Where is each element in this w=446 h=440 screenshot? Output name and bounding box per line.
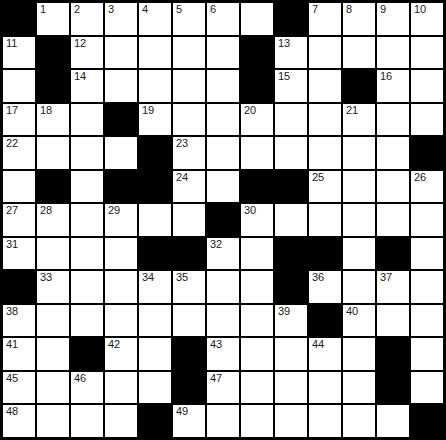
black-square-r9c9 — [275, 271, 307, 303]
clue-number: 1 — [40, 3, 46, 16]
white-square-r8c2[interactable] — [37, 238, 69, 270]
white-square-r8c8[interactable] — [241, 238, 273, 270]
white-square-r7c13[interactable] — [411, 204, 443, 236]
white-square-r4c10[interactable] — [309, 104, 341, 136]
black-square-r4c4 — [105, 104, 137, 136]
white-square-r4c7[interactable] — [207, 104, 239, 136]
white-square-r10c4[interactable] — [105, 305, 137, 337]
white-square-r2c5[interactable] — [139, 37, 171, 69]
white-square-r1c4[interactable]: 3 — [105, 3, 137, 35]
clue-number: 45 — [6, 372, 18, 385]
white-square-r4c12[interactable] — [377, 104, 409, 136]
white-square-r1c6[interactable]: 5 — [173, 3, 205, 35]
white-square-r11c5[interactable] — [139, 338, 171, 370]
clue-number: 31 — [6, 238, 18, 251]
white-square-r4c5[interactable]: 19 — [139, 104, 171, 136]
white-square-r12c8[interactable] — [241, 372, 273, 404]
black-square-r1c9 — [275, 3, 307, 35]
white-square-r2c7[interactable] — [207, 37, 239, 69]
black-square-r6c8 — [241, 171, 273, 203]
white-square-r1c2[interactable]: 1 — [37, 3, 69, 35]
white-square-r9c6[interactable]: 35 — [173, 271, 205, 303]
white-square-r11c1[interactable]: 41 — [3, 338, 35, 370]
white-square-r2c1[interactable]: 11 — [3, 37, 35, 69]
white-square-r3c10[interactable] — [309, 70, 341, 102]
white-square-r5c9[interactable] — [275, 137, 307, 169]
white-square-r8c3[interactable] — [71, 238, 103, 270]
clue-number: 10 — [414, 3, 426, 16]
black-square-r8c10 — [309, 238, 341, 270]
white-square-r8c1[interactable]: 31 — [3, 238, 35, 270]
clue-number: 32 — [210, 238, 222, 251]
white-square-r2c12[interactable] — [377, 37, 409, 69]
white-square-r13c3[interactable] — [71, 405, 103, 437]
white-square-r5c1[interactable]: 22 — [3, 137, 35, 169]
black-square-r5c13 — [411, 137, 443, 169]
white-square-r11c10[interactable]: 44 — [309, 338, 341, 370]
white-square-r4c8[interactable]: 20 — [241, 104, 273, 136]
white-square-r5c8[interactable] — [241, 137, 273, 169]
white-square-r3c6[interactable] — [173, 70, 205, 102]
white-square-r6c1[interactable] — [3, 171, 35, 203]
white-square-r2c6[interactable] — [173, 37, 205, 69]
black-square-r8c5 — [139, 238, 171, 270]
white-square-r1c12[interactable]: 9 — [377, 3, 409, 35]
white-square-r12c5[interactable] — [139, 372, 171, 404]
white-square-r1c11[interactable]: 8 — [343, 3, 375, 35]
white-square-r10c8[interactable] — [241, 305, 273, 337]
white-square-r11c2[interactable] — [37, 338, 69, 370]
black-square-r12c6 — [173, 372, 205, 404]
white-square-r3c7[interactable] — [207, 70, 239, 102]
clue-number: 26 — [414, 171, 426, 184]
clue-number: 17 — [6, 104, 18, 117]
black-square-r8c12 — [377, 238, 409, 270]
white-square-r10c1[interactable]: 38 — [3, 305, 35, 337]
black-square-r1c1 — [3, 3, 35, 35]
white-square-r13c10[interactable] — [309, 405, 341, 437]
black-square-r3c8 — [241, 70, 273, 102]
black-square-r11c12 — [377, 338, 409, 370]
black-square-r6c4 — [105, 171, 137, 203]
white-square-r9c11[interactable] — [343, 271, 375, 303]
white-square-r5c2[interactable] — [37, 137, 69, 169]
clue-number: 25 — [312, 171, 324, 184]
white-square-r10c3[interactable] — [71, 305, 103, 337]
black-square-r3c2 — [37, 70, 69, 102]
white-square-r6c13[interactable]: 26 — [411, 171, 443, 203]
white-square-r12c7[interactable]: 47 — [207, 372, 239, 404]
white-square-r9c12[interactable]: 37 — [377, 271, 409, 303]
clue-number: 40 — [346, 305, 358, 318]
white-square-r4c11[interactable]: 21 — [343, 104, 375, 136]
white-square-r13c1[interactable]: 48 — [3, 405, 35, 437]
white-square-r13c4[interactable] — [105, 405, 137, 437]
white-square-r13c6[interactable]: 49 — [173, 405, 205, 437]
black-square-r7c7 — [207, 204, 239, 236]
white-square-r7c6[interactable] — [173, 204, 205, 236]
clue-number: 20 — [244, 104, 256, 117]
white-square-r6c12[interactable] — [377, 171, 409, 203]
clue-number: 28 — [40, 204, 52, 217]
white-square-r5c12[interactable] — [377, 137, 409, 169]
white-square-r11c9[interactable] — [275, 338, 307, 370]
white-square-r12c3[interactable]: 46 — [71, 372, 103, 404]
white-square-r4c1[interactable]: 17 — [3, 104, 35, 136]
black-square-r6c9 — [275, 171, 307, 203]
white-square-r5c6[interactable]: 23 — [173, 137, 205, 169]
white-square-r3c5[interactable] — [139, 70, 171, 102]
white-square-r13c8[interactable] — [241, 405, 273, 437]
white-square-r10c5[interactable] — [139, 305, 171, 337]
white-square-r7c11[interactable] — [343, 204, 375, 236]
white-square-r8c13[interactable] — [411, 238, 443, 270]
white-square-r6c6[interactable]: 24 — [173, 171, 205, 203]
black-square-r11c3 — [71, 338, 103, 370]
clue-number: 44 — [312, 338, 324, 351]
white-square-r12c2[interactable] — [37, 372, 69, 404]
white-square-r3c13[interactable] — [411, 70, 443, 102]
clue-number: 5 — [176, 3, 182, 16]
white-square-r2c11[interactable] — [343, 37, 375, 69]
clue-number: 37 — [380, 271, 392, 284]
white-square-r3c9[interactable]: 15 — [275, 70, 307, 102]
black-square-r3c11 — [343, 70, 375, 102]
white-square-r10c11[interactable]: 40 — [343, 305, 375, 337]
black-square-r2c2 — [37, 37, 69, 69]
white-square-r1c5[interactable]: 4 — [139, 3, 171, 35]
black-square-r5c5 — [139, 137, 171, 169]
white-square-r5c11[interactable] — [343, 137, 375, 169]
clue-number: 30 — [244, 204, 256, 217]
clue-number: 24 — [176, 171, 188, 184]
white-square-r8c11[interactable] — [343, 238, 375, 270]
white-square-r12c9[interactable] — [275, 372, 307, 404]
white-square-r9c7[interactable] — [207, 271, 239, 303]
clue-number: 43 — [210, 338, 222, 351]
clue-number: 23 — [176, 137, 188, 150]
white-square-r2c13[interactable] — [411, 37, 443, 69]
clue-number: 29 — [108, 204, 120, 217]
white-square-r6c7[interactable] — [207, 171, 239, 203]
white-square-r12c11[interactable] — [343, 372, 375, 404]
black-square-r8c6 — [173, 238, 205, 270]
white-square-r13c7[interactable] — [207, 405, 239, 437]
white-square-r7c8[interactable]: 30 — [241, 204, 273, 236]
clue-number: 21 — [346, 104, 358, 117]
white-square-r3c12[interactable]: 16 — [377, 70, 409, 102]
clue-number: 22 — [6, 137, 18, 150]
white-square-r4c13[interactable] — [411, 104, 443, 136]
black-square-r13c5 — [139, 405, 171, 437]
white-square-r13c2[interactable] — [37, 405, 69, 437]
white-square-r10c7[interactable] — [207, 305, 239, 337]
white-square-r10c13[interactable] — [411, 305, 443, 337]
clue-number: 39 — [278, 305, 290, 318]
white-square-r7c5[interactable] — [139, 204, 171, 236]
black-square-r9c1 — [3, 271, 35, 303]
clue-number: 3 — [108, 3, 114, 16]
white-square-r7c1[interactable]: 27 — [3, 204, 35, 236]
black-square-r13c13 — [411, 405, 443, 437]
white-square-r1c3[interactable]: 2 — [71, 3, 103, 35]
white-square-r9c2[interactable]: 33 — [37, 271, 69, 303]
white-square-r2c10[interactable] — [309, 37, 341, 69]
white-square-r9c13[interactable] — [411, 271, 443, 303]
clue-number: 42 — [108, 338, 120, 351]
white-square-r7c2[interactable]: 28 — [37, 204, 69, 236]
white-square-r5c4[interactable] — [105, 137, 137, 169]
clue-number: 41 — [6, 338, 18, 351]
white-square-r13c12[interactable] — [377, 405, 409, 437]
clue-number: 7 — [312, 3, 318, 16]
clue-number: 14 — [74, 70, 86, 83]
white-square-r9c3[interactable] — [71, 271, 103, 303]
white-square-r5c3[interactable] — [71, 137, 103, 169]
white-square-r12c1[interactable]: 45 — [3, 372, 35, 404]
white-square-r12c4[interactable] — [105, 372, 137, 404]
white-square-r13c9[interactable] — [275, 405, 307, 437]
black-square-r12c12 — [377, 372, 409, 404]
white-square-r3c4[interactable] — [105, 70, 137, 102]
clue-number: 4 — [142, 3, 148, 16]
white-square-r6c10[interactable]: 25 — [309, 171, 341, 203]
white-square-r11c4[interactable]: 42 — [105, 338, 137, 370]
white-square-r10c2[interactable] — [37, 305, 69, 337]
white-square-r2c4[interactable] — [105, 37, 137, 69]
white-square-r12c10[interactable] — [309, 372, 341, 404]
white-square-r2c9[interactable]: 13 — [275, 37, 307, 69]
white-square-r5c7[interactable] — [207, 137, 239, 169]
clue-number: 34 — [142, 271, 154, 284]
clue-number: 15 — [278, 70, 290, 83]
white-square-r7c10[interactable] — [309, 204, 341, 236]
white-square-r10c9[interactable]: 39 — [275, 305, 307, 337]
white-square-r8c7[interactable]: 32 — [207, 238, 239, 270]
white-square-r9c4[interactable] — [105, 271, 137, 303]
white-square-r4c3[interactable] — [71, 104, 103, 136]
crossword-grid: 1234567891011121314151617181920212223242… — [0, 0, 446, 440]
white-square-r4c9[interactable] — [275, 104, 307, 136]
clue-number: 33 — [40, 271, 52, 284]
white-square-r7c4[interactable]: 29 — [105, 204, 137, 236]
white-square-r7c12[interactable] — [377, 204, 409, 236]
white-square-r6c3[interactable] — [71, 171, 103, 203]
white-square-r4c6[interactable] — [173, 104, 205, 136]
white-square-r3c1[interactable] — [3, 70, 35, 102]
white-square-r8c4[interactable] — [105, 238, 137, 270]
clue-number: 48 — [6, 405, 18, 418]
white-square-r11c11[interactable] — [343, 338, 375, 370]
clue-number: 13 — [278, 37, 290, 50]
clue-number: 49 — [176, 405, 188, 418]
black-square-r8c9 — [275, 238, 307, 270]
black-square-r2c8 — [241, 37, 273, 69]
clue-number: 36 — [312, 271, 324, 284]
black-square-r11c6 — [173, 338, 205, 370]
clue-number: 8 — [346, 3, 352, 16]
clue-number: 38 — [6, 305, 18, 318]
white-square-r7c3[interactable] — [71, 204, 103, 236]
clue-number: 6 — [210, 3, 216, 16]
white-square-r11c13[interactable] — [411, 338, 443, 370]
white-square-r1c7[interactable]: 6 — [207, 3, 239, 35]
white-square-r13c11[interactable] — [343, 405, 375, 437]
clue-number: 47 — [210, 372, 222, 385]
white-square-r9c10[interactable]: 36 — [309, 271, 341, 303]
white-square-r9c5[interactable]: 34 — [139, 271, 171, 303]
clue-number: 19 — [142, 104, 154, 117]
white-square-r11c8[interactable] — [241, 338, 273, 370]
clue-number: 18 — [40, 104, 52, 117]
clue-number: 9 — [380, 3, 386, 16]
clue-number: 11 — [6, 37, 17, 50]
white-square-r1c8[interactable] — [241, 3, 273, 35]
white-square-r2c3[interactable]: 12 — [71, 37, 103, 69]
white-square-r12c13[interactable] — [411, 372, 443, 404]
black-square-r6c2 — [37, 171, 69, 203]
white-square-r3c3[interactable]: 14 — [71, 70, 103, 102]
clue-number: 35 — [176, 271, 188, 284]
white-square-r1c10[interactable]: 7 — [309, 3, 341, 35]
clue-number: 12 — [74, 37, 86, 50]
black-square-r10c10 — [309, 305, 341, 337]
white-square-r11c7[interactable]: 43 — [207, 338, 239, 370]
white-square-r6c11[interactable] — [343, 171, 375, 203]
white-square-r5c10[interactable] — [309, 137, 341, 169]
clue-number: 46 — [74, 372, 86, 385]
white-square-r1c13[interactable]: 10 — [411, 3, 443, 35]
white-square-r10c12[interactable] — [377, 305, 409, 337]
white-square-r10c6[interactable] — [173, 305, 205, 337]
white-square-r7c9[interactable] — [275, 204, 307, 236]
white-square-r4c2[interactable]: 18 — [37, 104, 69, 136]
clue-number: 27 — [6, 204, 18, 217]
white-square-r9c8[interactable] — [241, 271, 273, 303]
black-square-r6c5 — [139, 171, 171, 203]
clue-number: 16 — [380, 70, 392, 83]
clue-number: 2 — [74, 3, 80, 16]
